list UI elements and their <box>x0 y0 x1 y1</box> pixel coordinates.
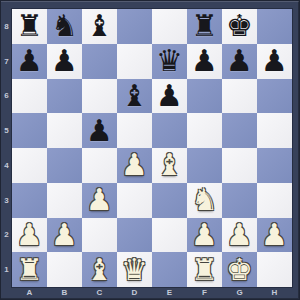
rank-label-1: 1 <box>1 252 12 287</box>
square-c7[interactable] <box>82 44 117 79</box>
square-c6[interactable] <box>82 79 117 114</box>
square-f1[interactable]: ♜ <box>187 252 222 287</box>
square-b3[interactable] <box>47 183 82 218</box>
black-knight[interactable]: ♞ <box>51 11 78 41</box>
black-rook[interactable]: ♜ <box>191 11 218 41</box>
square-e4[interactable]: ♝ <box>152 148 187 183</box>
white-pawn[interactable]: ♟ <box>191 220 218 250</box>
square-f4[interactable] <box>187 148 222 183</box>
black-rook[interactable]: ♜ <box>16 11 43 41</box>
white-pawn[interactable]: ♟ <box>261 220 288 250</box>
square-e8[interactable] <box>152 9 187 44</box>
square-f3[interactable]: ♞ <box>187 183 222 218</box>
rank-label-4: 4 <box>1 148 12 183</box>
square-a6[interactable] <box>12 79 47 114</box>
rank-label-6: 6 <box>1 79 12 114</box>
black-pawn[interactable]: ♟ <box>191 46 218 76</box>
file-label-g: G <box>222 285 257 299</box>
square-d5[interactable] <box>117 113 152 148</box>
white-pawn[interactable]: ♟ <box>121 150 148 180</box>
square-g5[interactable] <box>222 113 257 148</box>
square-h7[interactable]: ♟ <box>257 44 292 79</box>
square-g1[interactable]: ♚ <box>222 252 257 287</box>
white-bishop[interactable]: ♝ <box>156 150 183 180</box>
black-pawn[interactable]: ♟ <box>226 46 253 76</box>
square-c3[interactable]: ♟ <box>82 183 117 218</box>
black-king[interactable]: ♚ <box>226 11 253 41</box>
square-e5[interactable] <box>152 113 187 148</box>
square-a1[interactable]: ♜ <box>12 252 47 287</box>
file-label-a: A <box>12 285 47 299</box>
black-queen[interactable]: ♛ <box>156 46 183 76</box>
rank-label-3: 3 <box>1 183 12 218</box>
white-king[interactable]: ♚ <box>226 255 253 285</box>
square-e6[interactable]: ♟ <box>152 79 187 114</box>
square-g3[interactable] <box>222 183 257 218</box>
square-b5[interactable] <box>47 113 82 148</box>
white-pawn[interactable]: ♟ <box>86 185 113 215</box>
square-b2[interactable]: ♟ <box>47 218 82 253</box>
square-g7[interactable]: ♟ <box>222 44 257 79</box>
square-b4[interactable] <box>47 148 82 183</box>
square-h3[interactable] <box>257 183 292 218</box>
square-b6[interactable] <box>47 79 82 114</box>
black-pawn[interactable]: ♟ <box>156 81 183 111</box>
square-f6[interactable] <box>187 79 222 114</box>
square-c2[interactable] <box>82 218 117 253</box>
chess-board-frame: 87654321 ♜♞♝♜♚♟♟♛♟♟♟♝♟♟♟♝♟♞♟♟♟♟♟♜♝♛♜♚ AB… <box>0 0 300 300</box>
rank-label-2: 2 <box>1 218 12 253</box>
file-label-c: C <box>82 285 117 299</box>
square-f5[interactable] <box>187 113 222 148</box>
square-f8[interactable]: ♜ <box>187 9 222 44</box>
square-g6[interactable] <box>222 79 257 114</box>
file-labels: ABCDEFGH <box>12 285 292 299</box>
file-label-h: H <box>257 285 292 299</box>
square-h6[interactable] <box>257 79 292 114</box>
square-g2[interactable]: ♟ <box>222 218 257 253</box>
white-knight[interactable]: ♞ <box>191 185 218 215</box>
square-a3[interactable] <box>12 183 47 218</box>
square-a7[interactable]: ♟ <box>12 44 47 79</box>
white-pawn[interactable]: ♟ <box>16 220 43 250</box>
square-c5[interactable]: ♟ <box>82 113 117 148</box>
black-bishop[interactable]: ♝ <box>121 81 148 111</box>
square-g4[interactable] <box>222 148 257 183</box>
square-g8[interactable]: ♚ <box>222 9 257 44</box>
square-e7[interactable]: ♛ <box>152 44 187 79</box>
square-c4[interactable] <box>82 148 117 183</box>
square-c8[interactable]: ♝ <box>82 9 117 44</box>
square-d2[interactable] <box>117 218 152 253</box>
black-pawn[interactable]: ♟ <box>51 46 78 76</box>
square-h8[interactable] <box>257 9 292 44</box>
black-pawn[interactable]: ♟ <box>16 46 43 76</box>
file-label-b: B <box>47 285 82 299</box>
square-b8[interactable]: ♞ <box>47 9 82 44</box>
square-c1[interactable]: ♝ <box>82 252 117 287</box>
black-bishop[interactable]: ♝ <box>86 11 113 41</box>
square-b1[interactable] <box>47 252 82 287</box>
black-pawn[interactable]: ♟ <box>86 116 113 146</box>
square-h2[interactable]: ♟ <box>257 218 292 253</box>
square-h5[interactable] <box>257 113 292 148</box>
file-label-e: E <box>152 285 187 299</box>
white-pawn[interactable]: ♟ <box>226 220 253 250</box>
square-a4[interactable] <box>12 148 47 183</box>
square-e3[interactable] <box>152 183 187 218</box>
square-h1[interactable] <box>257 252 292 287</box>
rank-labels: 87654321 <box>1 9 12 287</box>
white-pawn[interactable]: ♟ <box>51 220 78 250</box>
square-e2[interactable] <box>152 218 187 253</box>
rank-label-7: 7 <box>1 44 12 79</box>
square-f7[interactable]: ♟ <box>187 44 222 79</box>
chess-board[interactable]: ♜♞♝♜♚♟♟♛♟♟♟♝♟♟♟♝♟♞♟♟♟♟♟♜♝♛♜♚ <box>12 9 292 287</box>
square-f2[interactable]: ♟ <box>187 218 222 253</box>
square-a8[interactable]: ♜ <box>12 9 47 44</box>
rank-label-5: 5 <box>1 113 12 148</box>
rank-label-8: 8 <box>1 9 12 44</box>
square-h4[interactable] <box>257 148 292 183</box>
square-d3[interactable] <box>117 183 152 218</box>
square-d7[interactable] <box>117 44 152 79</box>
file-label-d: D <box>117 285 152 299</box>
white-queen[interactable]: ♛ <box>121 255 148 285</box>
square-a5[interactable] <box>12 113 47 148</box>
white-rook[interactable]: ♜ <box>16 255 43 285</box>
square-d4[interactable]: ♟ <box>117 148 152 183</box>
file-label-f: F <box>187 285 222 299</box>
white-bishop[interactable]: ♝ <box>86 255 113 285</box>
square-a2[interactable]: ♟ <box>12 218 47 253</box>
square-d8[interactable] <box>117 9 152 44</box>
square-d6[interactable]: ♝ <box>117 79 152 114</box>
square-e1[interactable] <box>152 252 187 287</box>
square-b7[interactable]: ♟ <box>47 44 82 79</box>
black-pawn[interactable]: ♟ <box>261 46 288 76</box>
white-rook[interactable]: ♜ <box>191 255 218 285</box>
square-d1[interactable]: ♛ <box>117 252 152 287</box>
